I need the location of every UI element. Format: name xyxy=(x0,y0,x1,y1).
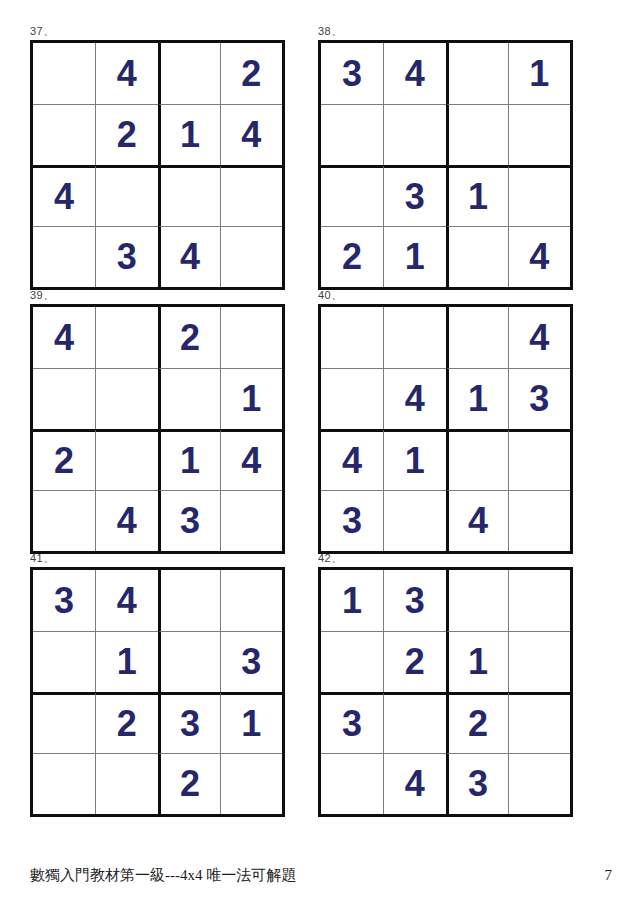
sudoku-cell-r3c2 xyxy=(95,429,157,490)
sudoku-cell-r2c2: 1 xyxy=(95,631,157,692)
sudoku-cell-r1c4: 2 xyxy=(220,43,282,104)
puzzle-38: 38、34131214 xyxy=(318,25,573,290)
sudoku-cell-r4c4 xyxy=(220,490,282,551)
puzzle-label: 41、 xyxy=(30,552,285,565)
sudoku-cell-r4c1 xyxy=(33,490,95,551)
sudoku-cell-r3c4 xyxy=(508,165,570,226)
puzzle-label: 38、 xyxy=(318,25,573,38)
sudoku-cell-r3c4: 1 xyxy=(220,692,282,753)
sudoku-cell-r2c3 xyxy=(446,104,508,165)
sudoku-cell-r4c2 xyxy=(383,490,445,551)
sudoku-cell-r2c1 xyxy=(33,368,95,429)
sudoku-cell-r4c4: 4 xyxy=(508,226,570,287)
sudoku-cell-r2c2 xyxy=(95,368,157,429)
sudoku-cell-r4c3: 4 xyxy=(446,490,508,551)
sudoku-cell-r3c1 xyxy=(321,165,383,226)
sudoku-cell-r1c2: 4 xyxy=(383,43,445,104)
sudoku-cell-r1c3 xyxy=(158,43,220,104)
sudoku-cell-r1c4: 4 xyxy=(508,307,570,368)
sudoku-cell-r1c2: 4 xyxy=(95,570,157,631)
sudoku-cell-r3c3: 3 xyxy=(158,692,220,753)
sudoku-cell-r4c3: 3 xyxy=(446,753,508,814)
sudoku-cell-r3c3: 1 xyxy=(158,429,220,490)
sudoku-cell-r1c4 xyxy=(220,307,282,368)
sudoku-cell-r3c3: 1 xyxy=(446,165,508,226)
sudoku-cell-r1c2: 3 xyxy=(383,570,445,631)
sudoku-cell-r3c2: 2 xyxy=(95,692,157,753)
sudoku-cell-r1c4 xyxy=(220,570,282,631)
puzzle-label: 42、 xyxy=(318,552,573,565)
sudoku-cell-r4c2 xyxy=(95,753,157,814)
sudoku-cell-r4c3 xyxy=(446,226,508,287)
puzzle-label: 40、 xyxy=(318,289,573,302)
sudoku-cell-r2c1 xyxy=(33,104,95,165)
sudoku-cell-r3c1: 2 xyxy=(33,429,95,490)
sudoku-cell-r3c4: 4 xyxy=(220,429,282,490)
sudoku-cell-r4c1 xyxy=(33,753,95,814)
puzzle-42: 42、13213243 xyxy=(318,552,573,817)
sudoku-cell-r1c4 xyxy=(508,570,570,631)
sudoku-cell-r2c2: 4 xyxy=(383,368,445,429)
sudoku-board: 34131214 xyxy=(318,40,573,290)
sudoku-cell-r4c1: 2 xyxy=(321,226,383,287)
sudoku-cell-r3c2 xyxy=(383,692,445,753)
sudoku-cell-r4c3: 3 xyxy=(158,490,220,551)
sudoku-cell-r1c3 xyxy=(158,570,220,631)
puzzle-39: 39、42121443 xyxy=(30,289,285,554)
sudoku-cell-r4c1 xyxy=(321,753,383,814)
sudoku-cell-r2c4 xyxy=(508,104,570,165)
sudoku-cell-r1c3 xyxy=(446,307,508,368)
sudoku-cell-r3c2 xyxy=(95,165,157,226)
sudoku-board: 42121443 xyxy=(30,304,285,554)
sudoku-board: 42214434 xyxy=(30,40,285,290)
sudoku-cell-r2c4: 3 xyxy=(220,631,282,692)
sudoku-cell-r4c2: 4 xyxy=(95,490,157,551)
sudoku-cell-r4c3: 2 xyxy=(158,753,220,814)
sudoku-cell-r1c1: 4 xyxy=(33,307,95,368)
sudoku-cell-r2c3: 1 xyxy=(446,368,508,429)
page-number: 7 xyxy=(605,867,613,884)
worksheet-page: 37、4221443438、3413121439、4212144340、4413… xyxy=(0,0,640,905)
sudoku-board: 34132312 xyxy=(30,567,285,817)
sudoku-cell-r2c3: 1 xyxy=(158,104,220,165)
sudoku-cell-r3c1 xyxy=(33,692,95,753)
sudoku-cell-r2c4 xyxy=(508,631,570,692)
sudoku-cell-r2c1 xyxy=(321,631,383,692)
sudoku-cell-r3c3: 2 xyxy=(446,692,508,753)
puzzle-label: 37、 xyxy=(30,25,285,38)
sudoku-board: 44134134 xyxy=(318,304,573,554)
sudoku-cell-r2c4: 3 xyxy=(508,368,570,429)
sudoku-cell-r4c2: 1 xyxy=(383,226,445,287)
sudoku-cell-r4c2: 3 xyxy=(95,226,157,287)
sudoku-cell-r1c2 xyxy=(95,307,157,368)
sudoku-cell-r1c1: 3 xyxy=(321,43,383,104)
sudoku-cell-r2c2: 2 xyxy=(95,104,157,165)
footer-title: 數獨入門教材第一級---4x4 唯一法可解題 xyxy=(30,866,296,885)
sudoku-cell-r1c3: 2 xyxy=(158,307,220,368)
sudoku-cell-r2c1 xyxy=(33,631,95,692)
sudoku-cell-r1c2 xyxy=(383,307,445,368)
sudoku-cell-r4c3: 4 xyxy=(158,226,220,287)
puzzle-41: 41、34132312 xyxy=(30,552,285,817)
sudoku-cell-r3c1: 4 xyxy=(321,429,383,490)
sudoku-cell-r3c1: 4 xyxy=(33,165,95,226)
sudoku-cell-r2c3 xyxy=(158,368,220,429)
sudoku-cell-r1c1 xyxy=(33,43,95,104)
page-footer: 數獨入門教材第一級---4x4 唯一法可解題 7 xyxy=(30,866,612,885)
sudoku-cell-r4c1 xyxy=(33,226,95,287)
sudoku-cell-r3c3 xyxy=(158,165,220,226)
sudoku-cell-r4c2: 4 xyxy=(383,753,445,814)
sudoku-cell-r3c3 xyxy=(446,429,508,490)
sudoku-cell-r1c2: 4 xyxy=(95,43,157,104)
sudoku-cell-r2c4: 4 xyxy=(220,104,282,165)
sudoku-cell-r2c1 xyxy=(321,368,383,429)
sudoku-cell-r1c1: 1 xyxy=(321,570,383,631)
sudoku-cell-r2c3: 1 xyxy=(446,631,508,692)
puzzle-40: 40、44134134 xyxy=(318,289,573,554)
sudoku-cell-r4c4 xyxy=(508,490,570,551)
sudoku-board: 13213243 xyxy=(318,567,573,817)
sudoku-cell-r2c4: 1 xyxy=(220,368,282,429)
sudoku-cell-r3c4 xyxy=(508,692,570,753)
sudoku-cell-r2c2 xyxy=(383,104,445,165)
sudoku-cell-r2c1 xyxy=(321,104,383,165)
puzzle-37: 37、42214434 xyxy=(30,25,285,290)
sudoku-cell-r1c3 xyxy=(446,570,508,631)
sudoku-cell-r1c1: 3 xyxy=(33,570,95,631)
sudoku-cell-r1c3 xyxy=(446,43,508,104)
sudoku-cell-r4c4 xyxy=(508,753,570,814)
sudoku-cell-r4c1: 3 xyxy=(321,490,383,551)
sudoku-cell-r3c4 xyxy=(508,429,570,490)
sudoku-cell-r3c4 xyxy=(220,165,282,226)
sudoku-cell-r3c1: 3 xyxy=(321,692,383,753)
puzzle-label: 39、 xyxy=(30,289,285,302)
sudoku-cell-r3c2: 3 xyxy=(383,165,445,226)
sudoku-cell-r1c4: 1 xyxy=(508,43,570,104)
sudoku-cell-r2c3 xyxy=(158,631,220,692)
sudoku-cell-r2c2: 2 xyxy=(383,631,445,692)
sudoku-cell-r4c4 xyxy=(220,753,282,814)
sudoku-cell-r4c4 xyxy=(220,226,282,287)
sudoku-cell-r3c2: 1 xyxy=(383,429,445,490)
sudoku-cell-r1c1 xyxy=(321,307,383,368)
